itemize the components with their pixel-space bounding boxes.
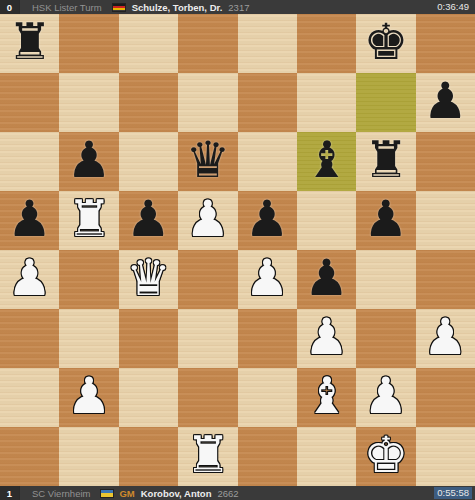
bottom-player-score: 1 — [0, 486, 20, 500]
square-d7[interactable] — [178, 73, 237, 132]
piece-black-rook[interactable]: ♜ — [364, 135, 409, 185]
piece-white-king[interactable]: ♚ — [364, 430, 409, 480]
square-d3[interactable] — [178, 309, 237, 368]
top-player-clock: 0:36:49 — [434, 1, 472, 13]
piece-black-pawn[interactable]: ♟ — [245, 194, 290, 244]
square-h8[interactable] — [416, 14, 475, 73]
square-g6[interactable]: ♜ — [356, 132, 415, 191]
piece-black-pawn[interactable]: ♟ — [126, 194, 171, 244]
square-d2[interactable] — [178, 368, 237, 427]
square-c8[interactable] — [119, 14, 178, 73]
chess-broadcast-window: 0 HSK Lister Turm Schulze, Torben, Dr. 2… — [0, 0, 475, 500]
square-g1[interactable]: ♚ — [356, 427, 415, 486]
square-h2[interactable] — [416, 368, 475, 427]
square-g7[interactable] — [356, 73, 415, 132]
square-e7[interactable] — [238, 73, 297, 132]
square-c6[interactable] — [119, 132, 178, 191]
square-b8[interactable] — [59, 14, 118, 73]
square-b1[interactable] — [59, 427, 118, 486]
square-f2[interactable]: ♝ — [297, 368, 356, 427]
square-a7[interactable] — [0, 73, 59, 132]
square-f8[interactable] — [297, 14, 356, 73]
square-b7[interactable] — [59, 73, 118, 132]
square-b3[interactable] — [59, 309, 118, 368]
square-g5[interactable]: ♟ — [356, 191, 415, 250]
square-h4[interactable] — [416, 250, 475, 309]
square-b6[interactable]: ♟ — [59, 132, 118, 191]
piece-white-rook[interactable]: ♜ — [185, 430, 230, 480]
square-c4[interactable]: ♛ — [119, 250, 178, 309]
square-e3[interactable] — [238, 309, 297, 368]
square-g8[interactable]: ♚ — [356, 14, 415, 73]
square-d1[interactable]: ♜ — [178, 427, 237, 486]
bottom-player-rating: 2662 — [217, 488, 238, 499]
square-f5[interactable] — [297, 191, 356, 250]
square-c1[interactable] — [119, 427, 178, 486]
square-c3[interactable] — [119, 309, 178, 368]
square-c2[interactable] — [119, 368, 178, 427]
square-e8[interactable] — [238, 14, 297, 73]
piece-black-pawn[interactable]: ♟ — [364, 194, 409, 244]
bottom-player-name: Korobov, Anton — [141, 488, 212, 499]
piece-white-pawn[interactable]: ♟ — [7, 253, 52, 303]
square-a2[interactable] — [0, 368, 59, 427]
piece-white-pawn[interactable]: ♟ — [423, 312, 468, 362]
piece-black-pawn[interactable]: ♟ — [7, 194, 52, 244]
piece-black-pawn[interactable]: ♟ — [423, 76, 468, 126]
square-b4[interactable] — [59, 250, 118, 309]
chess-board[interactable]: ♜♚♟♟♛♝♜♟♜♟♟♟♟♟♛♟♟♟♟♟♝♟♜♚ — [0, 14, 475, 486]
square-b2[interactable]: ♟ — [59, 368, 118, 427]
top-player-club: HSK Lister Turm — [32, 2, 102, 13]
square-e1[interactable] — [238, 427, 297, 486]
square-g2[interactable]: ♟ — [356, 368, 415, 427]
square-a4[interactable]: ♟ — [0, 250, 59, 309]
square-b5[interactable]: ♜ — [59, 191, 118, 250]
square-c7[interactable] — [119, 73, 178, 132]
ukraine-flag-stripe — [101, 493, 113, 497]
square-a6[interactable] — [0, 132, 59, 191]
ukraine-flag-icon — [100, 489, 114, 498]
square-d8[interactable] — [178, 14, 237, 73]
square-c5[interactable]: ♟ — [119, 191, 178, 250]
square-h7[interactable]: ♟ — [416, 73, 475, 132]
square-h3[interactable]: ♟ — [416, 309, 475, 368]
piece-white-pawn[interactable]: ♟ — [185, 194, 230, 244]
piece-white-rook[interactable]: ♜ — [67, 194, 112, 244]
piece-white-pawn[interactable]: ♟ — [364, 371, 409, 421]
square-f1[interactable] — [297, 427, 356, 486]
square-a5[interactable]: ♟ — [0, 191, 59, 250]
germany-flag-icon — [112, 3, 126, 12]
piece-black-pawn[interactable]: ♟ — [67, 135, 112, 185]
square-g3[interactable] — [356, 309, 415, 368]
square-f7[interactable] — [297, 73, 356, 132]
bottom-player-club: SC Viernheim — [32, 488, 90, 499]
bottom-player-bar: 1 SC Viernheim GM Korobov, Anton 2662 0:… — [0, 486, 475, 500]
square-h6[interactable] — [416, 132, 475, 191]
square-a8[interactable]: ♜ — [0, 14, 59, 73]
piece-black-king[interactable]: ♚ — [364, 17, 409, 67]
top-player-rating: 2317 — [228, 2, 249, 13]
germany-flag-stripe — [113, 8, 125, 10]
piece-white-pawn[interactable]: ♟ — [67, 371, 112, 421]
square-g4[interactable] — [356, 250, 415, 309]
top-player-name: Schulze, Torben, Dr. — [132, 2, 223, 13]
square-d6[interactable]: ♛ — [178, 132, 237, 191]
piece-white-bishop[interactable]: ♝ — [304, 371, 349, 421]
piece-white-pawn[interactable]: ♟ — [304, 312, 349, 362]
square-f6[interactable]: ♝ — [297, 132, 356, 191]
square-e2[interactable] — [238, 368, 297, 427]
bottom-player-clock: 0:55:58 — [434, 487, 472, 499]
square-f3[interactable]: ♟ — [297, 309, 356, 368]
piece-black-bishop[interactable]: ♝ — [304, 135, 349, 185]
square-f4[interactable]: ♟ — [297, 250, 356, 309]
piece-white-queen[interactable]: ♛ — [126, 253, 171, 303]
square-a1[interactable] — [0, 427, 59, 486]
square-h1[interactable] — [416, 427, 475, 486]
square-d4[interactable] — [178, 250, 237, 309]
piece-black-queen[interactable]: ♛ — [185, 135, 230, 185]
square-d5[interactable]: ♟ — [178, 191, 237, 250]
square-e4[interactable]: ♟ — [238, 250, 297, 309]
square-e5[interactable]: ♟ — [238, 191, 297, 250]
square-h5[interactable] — [416, 191, 475, 250]
square-a3[interactable] — [0, 309, 59, 368]
piece-black-pawn[interactable]: ♟ — [304, 253, 349, 303]
piece-black-rook[interactable]: ♜ — [7, 17, 52, 67]
square-e6[interactable] — [238, 132, 297, 191]
piece-white-pawn[interactable]: ♟ — [245, 253, 290, 303]
bottom-player-title: GM — [119, 488, 134, 499]
